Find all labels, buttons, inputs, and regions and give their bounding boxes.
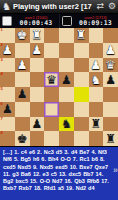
chess-board: 1♚♜♜2♟♟♟3♟♟♛4♛♟♞♟5♟6♟7♟♞♜8♚♜ [0,28,118,146]
white-color-icon [2,16,12,26]
square-f6[interactable] [30,102,45,117]
square-c3[interactable] [74,58,89,73]
square-d6[interactable] [59,102,74,117]
white-pawn: ♟ [105,43,116,57]
rank-label-3: 3 [1,58,3,62]
square-e3[interactable] [44,58,59,73]
white-pawn: ♟ [31,43,42,57]
black-knight: ♞ [61,117,72,131]
square-h5[interactable]: 5 [0,87,15,102]
square-c1[interactable]: ♜ [74,28,89,43]
black-clock-time: 00:09:13 [79,20,112,27]
square-h7[interactable]: 7 [0,117,15,132]
rank-label-4: 4 [1,72,3,76]
square-c8[interactable] [74,131,89,146]
white-rook: ♜ [76,28,87,42]
square-a6[interactable] [103,102,118,117]
rank-label-1: 1 [1,28,3,32]
square-g3[interactable]: ♟ [15,58,30,73]
square-e5[interactable] [44,87,59,102]
square-a7[interactable] [103,117,118,132]
rank-label-6: 6 [1,102,3,106]
square-f7[interactable]: ♟ [30,117,45,132]
square-e4[interactable]: ♛ [44,72,59,87]
square-e8[interactable] [44,131,59,146]
square-d8[interactable] [59,131,74,146]
square-e6[interactable] [44,102,59,117]
square-h3[interactable]: 3 [0,58,15,73]
square-g1[interactable]: ♚ [15,28,30,43]
white-knight: ♞ [90,73,101,87]
white-pawn: ♟ [90,58,101,72]
square-f3[interactable] [30,58,45,73]
square-f5[interactable] [30,87,45,102]
white-pawn: ♟ [2,43,13,57]
move-list-text: […] 1. c4 e6 2. Nc3 d5 3. d4 Be7 4. Nf3 … [3,149,110,193]
scroll-indicator[interactable]: » [113,165,118,175]
black-pawn: ♟ [2,102,13,116]
square-h2[interactable]: 2♟ [0,43,15,58]
square-a4[interactable]: ♟ [103,72,118,87]
square-h4[interactable]: 4 [0,72,15,87]
black-clock: user2 (1713) 00:09:13 [59,14,118,28]
move-list-panel[interactable]: […] 1. c4 e6 2. Nc3 d5 3. d4 Be7 4. Nf3 … [0,146,118,200]
white-queen: ♛ [105,58,116,72]
black-pawn: ♟ [31,117,42,131]
square-a8[interactable]: ♜ [103,131,118,146]
square-f1[interactable]: ♜ [30,28,45,43]
square-c6[interactable] [74,102,89,117]
square-e2[interactable] [44,43,59,58]
square-c5[interactable] [74,87,89,102]
square-c2[interactable] [74,43,89,58]
square-b7[interactable]: ♜ [89,117,104,132]
black-pawn: ♟ [61,73,72,87]
square-b6[interactable] [89,102,104,117]
rank-label-5: 5 [1,87,3,91]
square-g4[interactable] [15,72,30,87]
rank-label-2: 2 [1,43,3,47]
square-d4[interactable]: ♟ [59,72,74,87]
square-d2[interactable] [59,43,74,58]
square-d1[interactable] [59,28,74,43]
square-f4[interactable] [30,72,45,87]
square-a5[interactable] [103,87,118,102]
square-a1[interactable] [103,28,118,43]
square-g5[interactable]: ♟ [15,87,30,102]
square-g8[interactable]: ♚ [15,131,30,146]
black-rook: ♜ [90,117,101,131]
app-icon: ♞ [2,0,11,13]
square-a3[interactable]: ♛ [103,58,118,73]
rank-label-7: 7 [1,117,3,121]
white-pawn: ♟ [17,58,28,72]
square-b8[interactable] [89,131,104,146]
square-b3[interactable]: ♟ [89,58,104,73]
square-f2[interactable]: ♟ [30,43,45,58]
square-b2[interactable] [89,43,104,58]
square-b4[interactable]: ♞ [89,72,104,87]
square-c4[interactable] [74,72,89,87]
black-pawn: ♟ [17,87,28,101]
white-king: ♚ [17,28,28,42]
settings-gear-icon[interactable]: ⚙ [108,0,116,13]
square-g2[interactable] [15,43,30,58]
square-g7[interactable] [15,117,30,132]
square-h8[interactable]: 8 [0,131,15,146]
title-bar: ♞ Playing with user2 [17… ⇄ ⚙ [0,0,118,14]
rank-label-8: 8 [1,131,3,135]
square-e7[interactable] [44,117,59,132]
white-clock-time: 00:00:43 [20,20,53,27]
clock-panel: user1 (1500) 00:00:43 user2 (1713) 00:09… [0,14,118,28]
square-f8[interactable] [30,131,45,146]
square-d3[interactable] [59,58,74,73]
square-e1[interactable] [44,28,59,43]
square-a2[interactable]: ♟ [103,43,118,58]
square-g6[interactable] [15,102,30,117]
black-queen: ♛ [46,73,57,87]
swap-players-icon[interactable]: ⇄ [96,0,104,13]
black-pawn: ♟ [105,73,116,87]
app-window: ♞ Playing with user2 [17… ⇄ ⚙ user1 (150… [0,0,118,200]
square-c7[interactable] [74,117,89,132]
black-rook: ♜ [105,132,116,146]
square-d7[interactable]: ♞ [59,117,74,132]
square-h1[interactable]: 1 [0,28,15,43]
white-rook: ♜ [31,28,42,42]
square-d5[interactable] [59,87,74,102]
white-clock: user1 (1500) 00:00:43 [0,14,59,28]
black-king: ♚ [17,132,28,146]
square-b5[interactable] [89,87,104,102]
black-color-icon [62,16,72,26]
square-h6[interactable]: 6♟ [0,102,15,117]
square-b1[interactable] [89,28,104,43]
page-title: Playing with user2 [17… [13,2,92,11]
